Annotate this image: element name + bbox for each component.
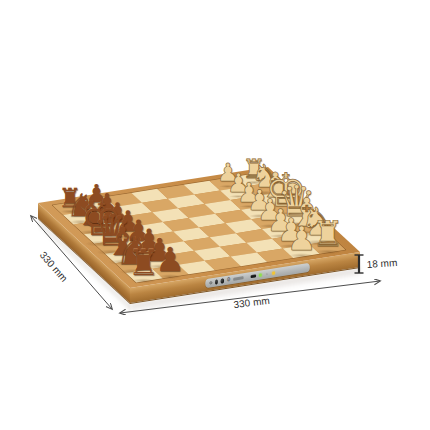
panel-mark-icon bbox=[209, 281, 211, 285]
panel-button-left bbox=[215, 279, 218, 284]
yellow-led bbox=[272, 271, 275, 275]
settings-gear-icon: ⚙ bbox=[227, 277, 231, 284]
panel-button-right bbox=[221, 278, 224, 283]
product-photo-scene: ⚙ ♜♞♝♛♚♝♞♜♟♟♟♟♟♟♟♟♟♟♟♟♟♟♟♟♜♞♝♛♚♝♞♜ 330 m… bbox=[0, 0, 430, 430]
depth-label: 330 mm bbox=[38, 249, 70, 283]
thickness-label: 18 mm bbox=[366, 257, 397, 270]
usb-c-port bbox=[251, 274, 257, 278]
status-dot-icon bbox=[266, 273, 267, 275]
green-led bbox=[259, 273, 262, 277]
brand-logo bbox=[233, 276, 243, 280]
width-label: 330 mm bbox=[233, 295, 270, 310]
